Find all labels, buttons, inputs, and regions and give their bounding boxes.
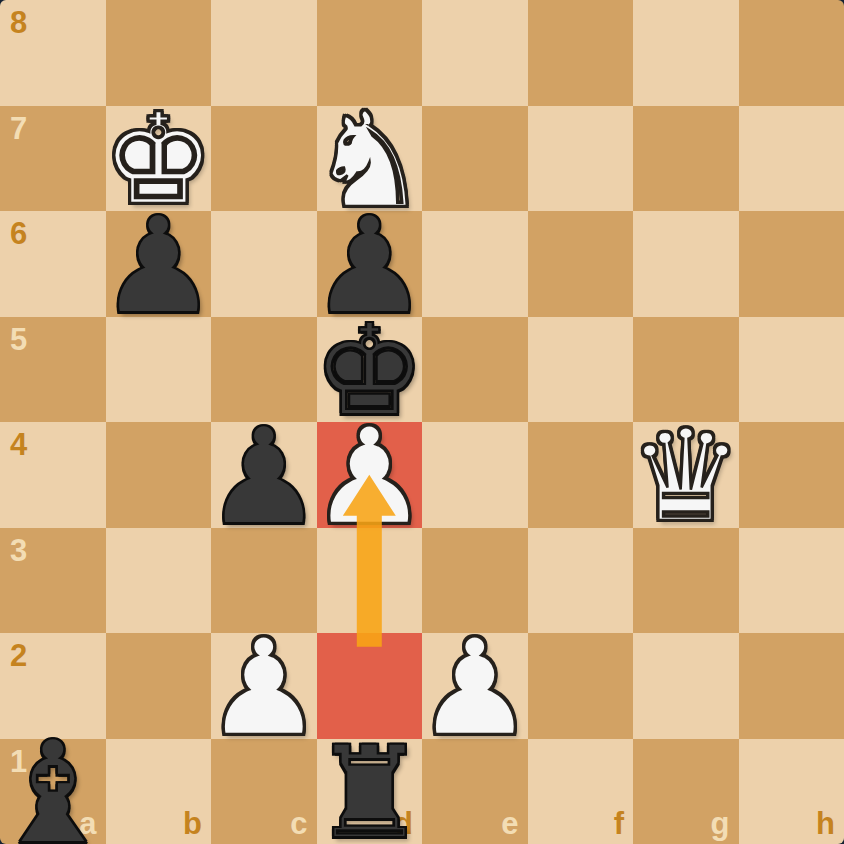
square-h4[interactable] [739,422,844,528]
square-e7[interactable] [422,106,528,212]
square-b2[interactable] [106,633,212,739]
file-label-e: e [501,808,518,839]
square-b3[interactable] [106,528,212,634]
square-a3[interactable]: 3 [0,528,106,634]
square-c4[interactable]: ♟ [211,422,317,528]
square-g7[interactable] [633,106,739,212]
rank-label-5: 5 [10,324,27,355]
board-wrap: 87♚♞6♟♟5♚4♟♟♛32♟♟1a♝bcd♜efgh [0,0,844,844]
square-g1[interactable]: g [633,739,739,844]
square-a4[interactable]: 4 [0,422,106,528]
square-h6[interactable] [739,211,844,317]
black-bishop-a1-piece[interactable]: ♝ [0,741,106,844]
white-pawn-c2-piece[interactable]: ♟ [211,635,317,741]
chess-board: 87♚♞6♟♟5♚4♟♟♛32♟♟1a♝bcd♜efgh [0,0,844,844]
square-f7[interactable] [528,106,634,212]
square-f8[interactable] [528,0,634,106]
square-h2[interactable] [739,633,844,739]
white-pawn-e2-piece[interactable]: ♟ [422,635,528,741]
square-c2[interactable]: ♟ [211,633,317,739]
black-pawn-b6-piece[interactable]: ♟ [106,213,212,319]
rank-label-7: 7 [10,113,27,144]
square-g8[interactable] [633,0,739,106]
chess-app: 87♚♞6♟♟5♚4♟♟♛32♟♟1a♝bcd♜efgh [0,0,844,844]
square-d4[interactable]: ♟ [317,422,423,528]
square-f3[interactable] [528,528,634,634]
square-a1[interactable]: 1a♝ [0,739,106,844]
square-e2[interactable]: ♟ [422,633,528,739]
file-label-c: c [290,808,307,839]
square-b1[interactable]: b [106,739,212,844]
square-b4[interactable] [106,422,212,528]
square-f1[interactable]: f [528,739,634,844]
square-e6[interactable] [422,211,528,317]
square-e8[interactable] [422,0,528,106]
square-b6[interactable]: ♟ [106,211,212,317]
black-rook-d1-piece[interactable]: ♜ [317,741,423,844]
square-d1[interactable]: d♜ [317,739,423,844]
file-label-h: h [816,808,835,839]
file-label-g: g [711,808,730,839]
square-g2[interactable] [633,633,739,739]
square-g6[interactable] [633,211,739,317]
square-e5[interactable] [422,317,528,423]
rank-label-8: 8 [10,7,27,38]
square-c8[interactable] [211,0,317,106]
square-a5[interactable]: 5 [0,317,106,423]
square-h3[interactable] [739,528,844,634]
square-f2[interactable] [528,633,634,739]
square-c6[interactable] [211,211,317,317]
square-e4[interactable] [422,422,528,528]
square-h8[interactable] [739,0,844,106]
file-label-f: f [614,808,624,839]
square-a7[interactable]: 7 [0,106,106,212]
square-h7[interactable] [739,106,844,212]
square-h1[interactable]: h [739,739,844,844]
file-label-b: b [183,808,202,839]
square-c7[interactable] [211,106,317,212]
square-h5[interactable] [739,317,844,423]
square-g4[interactable]: ♛ [633,422,739,528]
square-f6[interactable] [528,211,634,317]
rank-label-3: 3 [10,535,27,566]
white-queen-g4-piece[interactable]: ♛ [633,424,739,530]
square-f5[interactable] [528,317,634,423]
square-a8[interactable]: 8 [0,0,106,106]
rank-label-2: 2 [10,640,27,671]
square-a6[interactable]: 6 [0,211,106,317]
white-pawn-d4-piece[interactable]: ♟ [317,424,423,530]
square-f4[interactable] [528,422,634,528]
rank-label-4: 4 [10,429,27,460]
black-pawn-c4-piece[interactable]: ♟ [211,424,317,530]
rank-label-6: 6 [10,218,27,249]
